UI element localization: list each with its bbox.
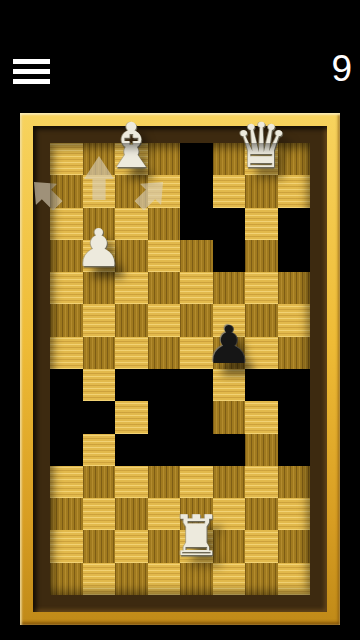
- board-hole: [115, 369, 148, 401]
- board-cell[interactable]: [245, 272, 278, 304]
- board-hole: [278, 401, 311, 433]
- board-hole: [148, 369, 181, 401]
- board-cell[interactable]: [83, 563, 116, 595]
- board-cell[interactable]: [278, 498, 311, 530]
- board-hole: [83, 401, 116, 433]
- menu-button[interactable]: [13, 59, 50, 86]
- level-number: 9: [331, 50, 352, 87]
- board-inner-frame: ♝♛♟♟♜: [33, 126, 327, 612]
- board-cell[interactable]: [50, 530, 83, 562]
- board-cell[interactable]: [278, 304, 311, 336]
- board-cell[interactable]: [213, 401, 246, 433]
- board-cell[interactable]: [115, 498, 148, 530]
- board-cell[interactable]: [50, 498, 83, 530]
- board-cell[interactable]: [115, 401, 148, 433]
- board-cell[interactable]: [278, 466, 311, 498]
- board-hole: [180, 143, 213, 175]
- board-cell[interactable]: [278, 563, 311, 595]
- board-hole: [278, 208, 311, 240]
- board-cell[interactable]: [180, 466, 213, 498]
- hamburger-icon: [13, 59, 50, 86]
- board-cell[interactable]: [83, 498, 116, 530]
- board-cell[interactable]: [245, 530, 278, 562]
- board-cell[interactable]: [115, 563, 148, 595]
- white-bishop[interactable]: ♝: [103, 115, 159, 177]
- board-hole: [50, 401, 83, 433]
- board-hole: [278, 240, 311, 272]
- board-cell[interactable]: [50, 466, 83, 498]
- board-cell[interactable]: [245, 498, 278, 530]
- board-cell[interactable]: [148, 466, 181, 498]
- board-cell[interactable]: [245, 466, 278, 498]
- white-queen[interactable]: ♛: [233, 115, 289, 177]
- board-hole: [213, 240, 246, 272]
- hamburger-bar: [13, 79, 50, 84]
- board-cell[interactable]: [83, 466, 116, 498]
- board-cell[interactable]: [213, 466, 246, 498]
- board-hole: [180, 175, 213, 207]
- board-cell[interactable]: [115, 337, 148, 369]
- board-cell[interactable]: [50, 563, 83, 595]
- board-cell[interactable]: [148, 240, 181, 272]
- board-cell[interactable]: [148, 208, 181, 240]
- board-hole: [180, 401, 213, 433]
- board-cell[interactable]: [245, 401, 278, 433]
- board-hole: [148, 434, 181, 466]
- board-hole: [115, 434, 148, 466]
- board-cell[interactable]: [115, 304, 148, 336]
- board-cell[interactable]: [115, 466, 148, 498]
- board-hole: [278, 369, 311, 401]
- game-board: ♝♛♟♟♜: [50, 143, 310, 595]
- board-frame: ♝♛♟♟♜: [20, 113, 340, 625]
- board-cell[interactable]: [83, 337, 116, 369]
- board-cell[interactable]: [148, 337, 181, 369]
- board-cell[interactable]: [50, 304, 83, 336]
- board-cell[interactable]: [83, 304, 116, 336]
- board-hole: [180, 434, 213, 466]
- hamburger-bar: [13, 59, 50, 64]
- board-cell[interactable]: [245, 208, 278, 240]
- board-cell[interactable]: [245, 434, 278, 466]
- board-cell[interactable]: [50, 143, 83, 175]
- board-hole: [50, 434, 83, 466]
- board-hole: [213, 208, 246, 240]
- board-hole: [278, 434, 311, 466]
- board-cell[interactable]: [180, 272, 213, 304]
- board-cell[interactable]: [83, 434, 116, 466]
- board-cell[interactable]: [278, 530, 311, 562]
- black-pawn[interactable]: ♟: [205, 319, 252, 371]
- board-cell[interactable]: [50, 337, 83, 369]
- board-cell[interactable]: [83, 369, 116, 401]
- board-cell[interactable]: [180, 240, 213, 272]
- board-hole: [180, 208, 213, 240]
- board-hole: [50, 369, 83, 401]
- board-cell[interactable]: [115, 530, 148, 562]
- white-pawn[interactable]: ♟: [75, 222, 122, 274]
- board-cell[interactable]: [245, 563, 278, 595]
- board-cell[interactable]: [148, 304, 181, 336]
- board-cell[interactable]: [278, 272, 311, 304]
- board-hole: [213, 434, 246, 466]
- board-hole: [148, 401, 181, 433]
- board-cell[interactable]: [245, 240, 278, 272]
- board-cell[interactable]: [148, 272, 181, 304]
- app-screen: 9 ♝♛♟♟♜: [0, 0, 360, 640]
- hamburger-bar: [13, 69, 50, 74]
- white-rook[interactable]: ♜: [171, 508, 221, 564]
- board-cell[interactable]: [278, 337, 311, 369]
- board-cell[interactable]: [83, 530, 116, 562]
- board-cell[interactable]: [213, 272, 246, 304]
